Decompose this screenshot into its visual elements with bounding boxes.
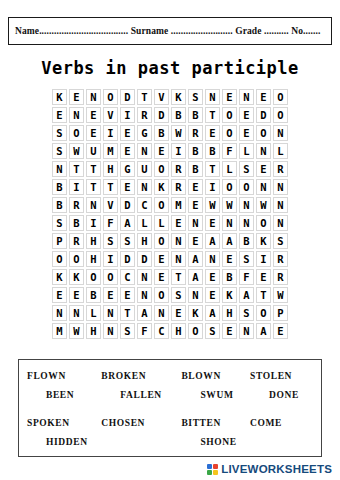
grid-cell-r3c1[interactable]: S	[52, 125, 67, 141]
grid-cell-r2c2[interactable]: N	[69, 107, 84, 123]
logo-square	[213, 470, 218, 475]
grid-cell-r13c10[interactable]: A	[205, 305, 220, 321]
word-list-box: FLOWNBROKENBLOWNSTOLENBEENFALLENSWUMDONE…	[18, 359, 322, 457]
student-info-box: Name....................................…	[8, 17, 332, 45]
grid-cell-r2c1[interactable]: E	[52, 107, 67, 123]
grid-cell-r13c2[interactable]: N	[69, 305, 84, 321]
grid-cell-r2c5[interactable]: I	[120, 107, 135, 123]
grid-cell-r2c3[interactable]: E	[86, 107, 101, 123]
grid-cell-r8c6[interactable]: L	[137, 215, 152, 231]
grid-cell-r8c8[interactable]: E	[171, 215, 186, 231]
grid-cell-r3c11[interactable]: O	[222, 125, 237, 141]
grid-cell-r1c10[interactable]: N	[205, 89, 220, 105]
grid-cell-r10c12[interactable]: S	[239, 251, 254, 267]
grid-cell-r8c11[interactable]: N	[222, 215, 237, 231]
grid-cell-r3c13[interactable]: O	[256, 125, 271, 141]
grid-cell-r2c6[interactable]: R	[137, 107, 152, 123]
grid-cell-r3c14[interactable]: N	[273, 125, 288, 141]
grid-cell-r1c12[interactable]: N	[239, 89, 254, 105]
grid-cell-r14c9[interactable]: O	[188, 323, 203, 339]
grid-cell-r4c10[interactable]: B	[205, 143, 220, 159]
grid-cell-r12c9[interactable]: N	[188, 287, 203, 303]
brand-name: LIVEWORKSHEETS	[221, 463, 332, 475]
grid-cell-r5c9[interactable]: B	[188, 161, 203, 177]
grid-cell-r2c4[interactable]: V	[103, 107, 118, 123]
grid-cell-r3c8[interactable]: W	[171, 125, 186, 141]
grid-cell-r10c5[interactable]: D	[120, 251, 135, 267]
grid-cell-r10c3[interactable]: H	[86, 251, 101, 267]
grid-cell-r4c8[interactable]: I	[171, 143, 186, 159]
grid-cell-r13c7[interactable]: N	[154, 305, 169, 321]
grid-cell-r9c13[interactable]: K	[256, 233, 271, 249]
grid-cell-r6c3[interactable]: T	[86, 179, 101, 195]
grid-cell-r8c12[interactable]: N	[239, 215, 254, 231]
grid-cell-r7c10[interactable]: W	[205, 197, 220, 213]
grid-cell-r2c7[interactable]: D	[154, 107, 169, 123]
grid-cell-r12c5[interactable]: E	[120, 287, 135, 303]
grid-cell-r1c6[interactable]: T	[137, 89, 152, 105]
grid-cell-r3c10[interactable]: E	[205, 125, 220, 141]
grid-cell-r9c6[interactable]: H	[137, 233, 152, 249]
grid-cell-r4c13[interactable]: N	[256, 143, 271, 159]
grid-cell-r10c4[interactable]: I	[103, 251, 118, 267]
grid-cell-r6c9[interactable]: E	[188, 179, 203, 195]
grid-cell-r12c1[interactable]: E	[52, 287, 67, 303]
grid-cell-r9c1[interactable]: P	[52, 233, 67, 249]
grid-cell-r5c5[interactable]: G	[120, 161, 135, 177]
word-chosen: CHOSEN	[101, 418, 181, 428]
grid-cell-r12c2[interactable]: E	[69, 287, 84, 303]
grid-cell-r1c7[interactable]: V	[154, 89, 169, 105]
grid-cell-r11c4[interactable]: O	[103, 269, 118, 285]
grid-cell-r4c9[interactable]: B	[188, 143, 203, 159]
grid-cell-r14c12[interactable]: N	[239, 323, 254, 339]
grid-cell-r10c11[interactable]: E	[222, 251, 237, 267]
grid-cell-r10c9[interactable]: A	[188, 251, 203, 267]
grid-cell-r13c13[interactable]: O	[256, 305, 271, 321]
grid-cell-r5c10[interactable]: T	[205, 161, 220, 177]
grid-cell-r12c6[interactable]: N	[137, 287, 152, 303]
grid-cell-r10c8[interactable]: N	[171, 251, 186, 267]
grid-cell-r2c11[interactable]: O	[222, 107, 237, 123]
grid-cell-r4c1[interactable]: S	[52, 143, 67, 159]
grid-cell-r8c2[interactable]: B	[69, 215, 84, 231]
grid-cell-r14c7[interactable]: C	[154, 323, 169, 339]
grid-cell-r12c4[interactable]: E	[103, 287, 118, 303]
grid-cell-r10c14[interactable]: R	[273, 251, 288, 267]
grid-cell-r7c7[interactable]: O	[154, 197, 169, 213]
grid-cell-r12c13[interactable]: T	[256, 287, 271, 303]
grid-cell-r10c6[interactable]: D	[137, 251, 152, 267]
grid-cell-r8c3[interactable]: I	[86, 215, 101, 231]
grid-cell-r6c8[interactable]: R	[171, 179, 186, 195]
grid-cell-r9c7[interactable]: O	[154, 233, 169, 249]
word-bitten: BITTEN	[181, 418, 250, 428]
grid-cell-r14c4[interactable]: N	[103, 323, 118, 339]
grid-cell-r4c12[interactable]: L	[239, 143, 254, 159]
word-been: BEEN	[27, 390, 101, 400]
grid-cell-r12c14[interactable]: W	[273, 287, 288, 303]
grid-cell-r1c2[interactable]: E	[69, 89, 84, 105]
grid-cell-r11c13[interactable]: E	[256, 269, 271, 285]
grid-cell-r5c2[interactable]: T	[69, 161, 84, 177]
grid-cell-r9c14[interactable]: S	[273, 233, 288, 249]
grid-cell-r7c8[interactable]: M	[171, 197, 186, 213]
grid-cell-r12c8[interactable]: S	[171, 287, 186, 303]
grid-cell-r1c5[interactable]: D	[120, 89, 135, 105]
grid-cell-r5c11[interactable]: L	[222, 161, 237, 177]
grid-cell-r5c6[interactable]: U	[137, 161, 152, 177]
word-fallen: FALLEN	[101, 390, 181, 400]
grid-cell-r9c8[interactable]: N	[171, 233, 186, 249]
word-list-row-2: BEENFALLENSWUMDONE	[27, 385, 313, 404]
liveworksheets-logo-icon	[207, 464, 218, 475]
grid-cell-r13c3[interactable]: L	[86, 305, 101, 321]
grid-cell-r5c3[interactable]: T	[86, 161, 101, 177]
grid-cell-r9c12[interactable]: B	[239, 233, 254, 249]
grid-cell-r6c6[interactable]: N	[137, 179, 152, 195]
grid-cell-r1c8[interactable]: K	[171, 89, 186, 105]
grid-cell-r14c6[interactable]: F	[137, 323, 152, 339]
logo-square	[213, 464, 218, 469]
word-hidden: HIDDEN	[27, 437, 101, 447]
grid-cell-r14c3[interactable]: H	[86, 323, 101, 339]
grid-cell-r7c3[interactable]: N	[86, 197, 101, 213]
grid-cell-r1c3[interactable]: N	[86, 89, 101, 105]
grid-cell-r7c13[interactable]: W	[256, 197, 271, 213]
grid-cell-r3c4[interactable]: I	[103, 125, 118, 141]
grid-cell-r4c14[interactable]: L	[273, 143, 288, 159]
grid-cell-r7c11[interactable]: W	[222, 197, 237, 213]
grid-cell-r11c10[interactable]: E	[205, 269, 220, 285]
grid-cell-r13c12[interactable]: S	[239, 305, 254, 321]
grid-cell-r6c11[interactable]: O	[222, 179, 237, 195]
word-list-row-3: SPOKENCHOSENBITTENCOME	[27, 413, 313, 432]
grid-cell-r11c11[interactable]: B	[222, 269, 237, 285]
grid-cell-r2c13[interactable]: D	[256, 107, 271, 123]
logo-square	[207, 470, 212, 475]
grid-cell-r3c7[interactable]: B	[154, 125, 169, 141]
grid-cell-r6c1[interactable]: B	[52, 179, 67, 195]
grid-cell-r9c2[interactable]: R	[69, 233, 84, 249]
grid-cell-r14c8[interactable]: H	[171, 323, 186, 339]
grid-cell-r2c14[interactable]: O	[273, 107, 288, 123]
grid-cell-r6c5[interactable]: E	[120, 179, 135, 195]
grid-cell-r3c12[interactable]: E	[239, 125, 254, 141]
grid-cell-r11c3[interactable]: O	[86, 269, 101, 285]
grid-cell-r14c10[interactable]: S	[205, 323, 220, 339]
grid-cell-r11c6[interactable]: N	[137, 269, 152, 285]
grid-cell-r10c2[interactable]: O	[69, 251, 84, 267]
grid-cell-r11c12[interactable]: F	[239, 269, 254, 285]
word-done: DONE	[250, 390, 313, 400]
grid-cell-r11c5[interactable]: C	[120, 269, 135, 285]
grid-cell-r11c9[interactable]: A	[188, 269, 203, 285]
grid-cell-r10c10[interactable]: N	[205, 251, 220, 267]
grid-cell-r9c3[interactable]: H	[86, 233, 101, 249]
page-title: Verbs in past participle	[0, 58, 340, 78]
grid-cell-r9c4[interactable]: S	[103, 233, 118, 249]
grid-cell-r5c12[interactable]: S	[239, 161, 254, 177]
grid-cell-r7c12[interactable]: N	[239, 197, 254, 213]
grid-cell-r12c7[interactable]: O	[154, 287, 169, 303]
grid-cell-r6c7[interactable]: K	[154, 179, 169, 195]
grid-cell-r6c4[interactable]: T	[103, 179, 118, 195]
grid-cell-r1c9[interactable]: S	[188, 89, 203, 105]
grid-cell-r2c10[interactable]: T	[205, 107, 220, 123]
grid-cell-r8c5[interactable]: A	[120, 215, 135, 231]
grid-cell-r2c9[interactable]: B	[188, 107, 203, 123]
grid-cell-r7c14[interactable]: N	[273, 197, 288, 213]
word-swum: SWUM	[181, 390, 250, 400]
grid-cell-r1c11[interactable]: E	[222, 89, 237, 105]
grid-cell-r3c5[interactable]: E	[120, 125, 135, 141]
grid-cell-r11c8[interactable]: T	[171, 269, 186, 285]
grid-cell-r14c13[interactable]: A	[256, 323, 271, 339]
grid-cell-r11c1[interactable]: K	[52, 269, 67, 285]
grid-cell-r9c11[interactable]: A	[222, 233, 237, 249]
grid-cell-r12c11[interactable]: K	[222, 287, 237, 303]
grid-cell-r5c13[interactable]: E	[256, 161, 271, 177]
grid-cell-r10c7[interactable]: E	[154, 251, 169, 267]
grid-cell-r4c4[interactable]: M	[103, 143, 118, 159]
word-list-row-1: FLOWNBROKENBLOWNSTOLEN	[27, 366, 313, 385]
grid-cell-r1c4[interactable]: O	[103, 89, 118, 105]
grid-cell-r7c4[interactable]: V	[103, 197, 118, 213]
grid-cell-r6c13[interactable]: N	[256, 179, 271, 195]
grid-cell-r9c9[interactable]: E	[188, 233, 203, 249]
grid-cell-r7c2[interactable]: R	[69, 197, 84, 213]
word-spoken: SPOKEN	[27, 418, 101, 428]
grid-cell-r7c6[interactable]: C	[137, 197, 152, 213]
grid-cell-r10c1[interactable]: O	[52, 251, 67, 267]
grid-cell-r14c5[interactable]: S	[120, 323, 135, 339]
word-blown: BLOWN	[181, 371, 250, 381]
grid-cell-r8c4[interactable]: F	[103, 215, 118, 231]
grid-cell-r12c3[interactable]: B	[86, 287, 101, 303]
footer: LIVEWORKSHEETS	[207, 463, 332, 475]
grid-cell-r12c10[interactable]: E	[205, 287, 220, 303]
grid-cell-r5c7[interactable]: O	[154, 161, 169, 177]
grid-cell-r14c2[interactable]: W	[69, 323, 84, 339]
student-info-line: Name....................................…	[15, 26, 320, 36]
grid-cell-r3c2[interactable]: O	[69, 125, 84, 141]
grid-cell-r11c2[interactable]: K	[69, 269, 84, 285]
word-flown: FLOWN	[27, 371, 101, 381]
grid-cell-r8c14[interactable]: N	[273, 215, 288, 231]
grid-cell-r13c14[interactable]: P	[273, 305, 288, 321]
grid-cell-r8c1[interactable]: S	[52, 215, 67, 231]
grid-cell-r13c11[interactable]: H	[222, 305, 237, 321]
grid-cell-r8c9[interactable]: N	[188, 215, 203, 231]
grid-cell-r7c9[interactable]: E	[188, 197, 203, 213]
grid-cell-r3c6[interactable]: G	[137, 125, 152, 141]
grid-cell-r12c12[interactable]: A	[239, 287, 254, 303]
grid-cell-r14c11[interactable]: E	[222, 323, 237, 339]
grid-cell-r9c10[interactable]: A	[205, 233, 220, 249]
grid-cell-r1c1[interactable]: K	[52, 89, 67, 105]
grid-cell-r4c7[interactable]: E	[154, 143, 169, 159]
grid-cell-r11c14[interactable]: R	[273, 269, 288, 285]
grid-cell-r13c5[interactable]: T	[120, 305, 135, 321]
grid-cell-r13c6[interactable]: A	[137, 305, 152, 321]
grid-cell-r2c12[interactable]: E	[239, 107, 254, 123]
grid-cell-r5c14[interactable]: R	[273, 161, 288, 177]
word-stolen: STOLEN	[250, 371, 313, 381]
grid-cell-r1c13[interactable]: E	[256, 89, 271, 105]
grid-cell-r14c14[interactable]: E	[273, 323, 288, 339]
grid-cell-r8c13[interactable]: O	[256, 215, 271, 231]
grid-cell-r11c7[interactable]: E	[154, 269, 169, 285]
grid-cell-r10c13[interactable]: I	[256, 251, 271, 267]
grid-cell-r8c7[interactable]: L	[154, 215, 169, 231]
grid-cell-r1c14[interactable]: O	[273, 89, 288, 105]
grid-cell-r3c3[interactable]: E	[86, 125, 101, 141]
grid-cell-r4c11[interactable]: F	[222, 143, 237, 159]
grid-cell-r4c3[interactable]: U	[86, 143, 101, 159]
grid-cell-r8c10[interactable]: E	[205, 215, 220, 231]
grid-cell-r4c6[interactable]: N	[137, 143, 152, 159]
grid-cell-r13c4[interactable]: N	[103, 305, 118, 321]
grid-cell-r9c5[interactable]: S	[120, 233, 135, 249]
grid-cell-r5c1[interactable]: N	[52, 161, 67, 177]
grid-cell-r4c5[interactable]: E	[120, 143, 135, 159]
grid-cell-r6c2[interactable]: I	[69, 179, 84, 195]
word-shone: SHONE	[181, 437, 250, 447]
grid-cell-r6c12[interactable]: O	[239, 179, 254, 195]
word-search-grid: KENODTVKSNENEOENEVIRDBBTOEDOSOEIEGBWREOE…	[52, 89, 288, 339]
grid-cell-r5c8[interactable]: R	[171, 161, 186, 177]
grid-cell-r5c4[interactable]: H	[103, 161, 118, 177]
grid-cell-r6c14[interactable]: N	[273, 179, 288, 195]
word-come: COME	[250, 418, 313, 428]
grid-cell-r4c2[interactable]: W	[69, 143, 84, 159]
grid-cell-r7c5[interactable]: D	[120, 197, 135, 213]
grid-cell-r13c1[interactable]: N	[52, 305, 67, 321]
grid-cell-r3c9[interactable]: R	[188, 125, 203, 141]
grid-cell-r2c8[interactable]: B	[171, 107, 186, 123]
grid-cell-r7c1[interactable]: B	[52, 197, 67, 213]
grid-cell-r13c9[interactable]: K	[188, 305, 203, 321]
grid-cell-r13c8[interactable]: E	[171, 305, 186, 321]
word-broken: BROKEN	[101, 371, 181, 381]
word-list-row-4: HIDDENSHONE	[27, 432, 313, 451]
grid-cell-r6c10[interactable]: I	[205, 179, 220, 195]
grid-cell-r14c1[interactable]: M	[52, 323, 67, 339]
logo-square	[207, 464, 212, 469]
